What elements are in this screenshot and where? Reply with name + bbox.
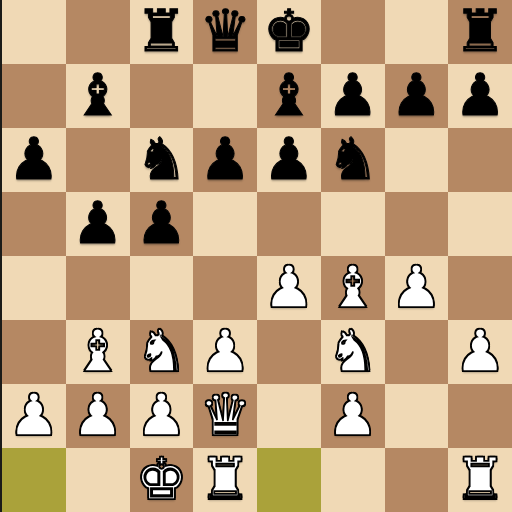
square-d3[interactable]: ♟ xyxy=(193,320,257,384)
square-h1[interactable]: ♜ xyxy=(448,448,512,512)
square-g5[interactable] xyxy=(385,192,449,256)
white-king[interactable]: ♚ xyxy=(135,448,187,511)
white-pawn[interactable]: ♟ xyxy=(199,320,251,383)
square-c1[interactable]: ♚ xyxy=(130,448,194,512)
square-a5[interactable] xyxy=(2,192,66,256)
square-b8[interactable] xyxy=(66,0,130,64)
square-e6[interactable]: ♟ xyxy=(257,128,321,192)
white-pawn[interactable]: ♟ xyxy=(72,384,124,447)
black-knight[interactable]: ♞ xyxy=(327,128,379,191)
white-rook[interactable]: ♜ xyxy=(199,448,251,511)
black-king[interactable]: ♚ xyxy=(263,0,315,63)
black-bishop[interactable]: ♝ xyxy=(72,64,124,127)
white-rook[interactable]: ♜ xyxy=(454,448,506,511)
square-c4[interactable] xyxy=(130,256,194,320)
square-g2[interactable] xyxy=(385,384,449,448)
square-d7[interactable] xyxy=(193,64,257,128)
black-pawn[interactable]: ♟ xyxy=(8,128,60,191)
square-h5[interactable] xyxy=(448,192,512,256)
square-a7[interactable] xyxy=(2,64,66,128)
square-e5[interactable] xyxy=(257,192,321,256)
black-pawn[interactable]: ♟ xyxy=(135,192,187,255)
square-a3[interactable] xyxy=(2,320,66,384)
black-pawn[interactable]: ♟ xyxy=(390,64,442,127)
black-pawn[interactable]: ♟ xyxy=(454,64,506,127)
square-f6[interactable]: ♞ xyxy=(321,128,385,192)
square-g8[interactable] xyxy=(385,0,449,64)
black-pawn[interactable]: ♟ xyxy=(199,128,251,191)
square-a4[interactable] xyxy=(2,256,66,320)
square-h2[interactable] xyxy=(448,384,512,448)
square-d5[interactable] xyxy=(193,192,257,256)
white-pawn[interactable]: ♟ xyxy=(8,384,60,447)
white-bishop[interactable]: ♝ xyxy=(327,256,379,319)
square-e4[interactable]: ♟ xyxy=(257,256,321,320)
white-bishop[interactable]: ♝ xyxy=(72,320,124,383)
white-queen[interactable]: ♛ xyxy=(199,384,251,447)
chess-board: ♜♛♚♜♝♝♟♟♟♟♞♟♟♞♟♟♟♝♟♝♞♟♞♟♟♟♟♛♟♚♜♜ xyxy=(0,0,512,512)
white-pawn[interactable]: ♟ xyxy=(390,256,442,319)
square-b2[interactable]: ♟ xyxy=(66,384,130,448)
black-rook[interactable]: ♜ xyxy=(135,0,187,63)
square-e2[interactable] xyxy=(257,384,321,448)
square-f1[interactable] xyxy=(321,448,385,512)
black-bishop[interactable]: ♝ xyxy=(263,64,315,127)
square-f2[interactable]: ♟ xyxy=(321,384,385,448)
square-f7[interactable]: ♟ xyxy=(321,64,385,128)
black-pawn[interactable]: ♟ xyxy=(263,128,315,191)
white-pawn[interactable]: ♟ xyxy=(454,320,506,383)
square-f3[interactable]: ♞ xyxy=(321,320,385,384)
square-a2[interactable]: ♟ xyxy=(2,384,66,448)
square-c7[interactable] xyxy=(130,64,194,128)
square-g6[interactable] xyxy=(385,128,449,192)
square-g1[interactable] xyxy=(385,448,449,512)
white-pawn[interactable]: ♟ xyxy=(263,256,315,319)
square-d8[interactable]: ♛ xyxy=(193,0,257,64)
square-b1[interactable] xyxy=(66,448,130,512)
square-c5[interactable]: ♟ xyxy=(130,192,194,256)
square-c3[interactable]: ♞ xyxy=(130,320,194,384)
square-d1[interactable]: ♜ xyxy=(193,448,257,512)
black-knight[interactable]: ♞ xyxy=(135,128,187,191)
square-f5[interactable] xyxy=(321,192,385,256)
square-h6[interactable] xyxy=(448,128,512,192)
square-a6[interactable]: ♟ xyxy=(2,128,66,192)
black-pawn[interactable]: ♟ xyxy=(72,192,124,255)
black-pawn[interactable]: ♟ xyxy=(327,64,379,127)
white-knight[interactable]: ♞ xyxy=(135,320,187,383)
square-b7[interactable]: ♝ xyxy=(66,64,130,128)
square-d4[interactable] xyxy=(193,256,257,320)
square-c8[interactable]: ♜ xyxy=(130,0,194,64)
square-e8[interactable]: ♚ xyxy=(257,0,321,64)
white-pawn[interactable]: ♟ xyxy=(135,384,187,447)
square-f4[interactable]: ♝ xyxy=(321,256,385,320)
square-b6[interactable] xyxy=(66,128,130,192)
square-a1[interactable] xyxy=(2,448,66,512)
square-b3[interactable]: ♝ xyxy=(66,320,130,384)
square-d6[interactable]: ♟ xyxy=(193,128,257,192)
square-g4[interactable]: ♟ xyxy=(385,256,449,320)
square-b5[interactable]: ♟ xyxy=(66,192,130,256)
white-knight[interactable]: ♞ xyxy=(327,320,379,383)
square-d2[interactable]: ♛ xyxy=(193,384,257,448)
square-h4[interactable] xyxy=(448,256,512,320)
square-a8[interactable] xyxy=(2,0,66,64)
square-e1[interactable] xyxy=(257,448,321,512)
square-c6[interactable]: ♞ xyxy=(130,128,194,192)
square-e7[interactable]: ♝ xyxy=(257,64,321,128)
square-h3[interactable]: ♟ xyxy=(448,320,512,384)
square-f8[interactable] xyxy=(321,0,385,64)
square-h8[interactable]: ♜ xyxy=(448,0,512,64)
square-e3[interactable] xyxy=(257,320,321,384)
square-g3[interactable] xyxy=(385,320,449,384)
white-pawn[interactable]: ♟ xyxy=(327,384,379,447)
square-c2[interactable]: ♟ xyxy=(130,384,194,448)
black-queen[interactable]: ♛ xyxy=(199,0,251,63)
square-h7[interactable]: ♟ xyxy=(448,64,512,128)
square-b4[interactable] xyxy=(66,256,130,320)
square-g7[interactable]: ♟ xyxy=(385,64,449,128)
black-rook[interactable]: ♜ xyxy=(454,0,506,63)
